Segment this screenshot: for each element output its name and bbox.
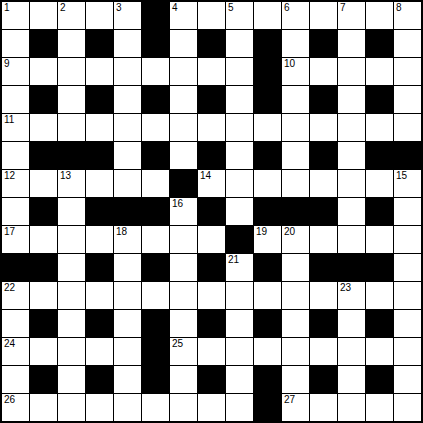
cell-r13c13[interactable]: [338, 338, 365, 365]
clue-number-7: 7: [340, 2, 346, 13]
black-cell-r8c5: [114, 198, 141, 225]
cell-r13c10[interactable]: [254, 338, 281, 365]
cell-r2c1[interactable]: [2, 30, 29, 57]
cell-r3c6[interactable]: [142, 58, 169, 85]
black-cell-r12c6: [142, 310, 169, 337]
cell-r2c3[interactable]: [58, 30, 85, 57]
cell-r1c4[interactable]: [86, 2, 113, 29]
clue-number-25: 25: [172, 338, 183, 349]
cell-r14c15[interactable]: [394, 366, 421, 393]
cell-r15c4[interactable]: [86, 394, 113, 421]
cell-r11c7[interactable]: [170, 282, 197, 309]
cell-r12c5[interactable]: [114, 310, 141, 337]
cell-r1c1[interactable]: 1: [2, 2, 29, 29]
cell-r7c8[interactable]: 14: [198, 170, 225, 197]
cell-r11c11[interactable]: [282, 282, 309, 309]
black-cell-r4c6: [142, 86, 169, 113]
clue-number-17: 17: [4, 226, 15, 237]
clue-number-23: 23: [340, 282, 351, 293]
cell-r7c10[interactable]: [254, 170, 281, 197]
cell-r3c11[interactable]: 10: [282, 58, 309, 85]
cell-r3c5[interactable]: [114, 58, 141, 85]
cell-r15c2[interactable]: [30, 394, 57, 421]
cell-r14c13[interactable]: [338, 366, 365, 393]
black-cell-r8c12: [310, 198, 337, 225]
crossword-grid: 1234567891011121314151617181920212223242…: [0, 0, 423, 423]
cell-r5c11[interactable]: [282, 114, 309, 141]
cell-r9c2[interactable]: [30, 226, 57, 253]
cell-r4c11[interactable]: [282, 86, 309, 113]
cell-r9c15[interactable]: [394, 226, 421, 253]
cell-r15c8[interactable]: [198, 394, 225, 421]
cell-r5c3[interactable]: [58, 114, 85, 141]
cell-r11c2[interactable]: [30, 282, 57, 309]
black-cell-r10c2: [30, 254, 57, 281]
cell-r14c9[interactable]: [226, 366, 253, 393]
cell-r1c10[interactable]: [254, 2, 281, 29]
cell-r1c14[interactable]: [366, 2, 393, 29]
cell-r1c9[interactable]: 5: [226, 2, 253, 29]
black-cell-r8c11: [282, 198, 309, 225]
cell-r9c5[interactable]: 18: [114, 226, 141, 253]
cell-r3c15[interactable]: [394, 58, 421, 85]
black-cell-r4c2: [30, 86, 57, 113]
black-cell-r6c4: [86, 142, 113, 169]
cell-r1c12[interactable]: [310, 2, 337, 29]
cell-r13c5[interactable]: [114, 338, 141, 365]
cell-r13c2[interactable]: [30, 338, 57, 365]
black-cell-r12c10: [254, 310, 281, 337]
cell-r9c4[interactable]: [86, 226, 113, 253]
black-cell-r10c12: [310, 254, 337, 281]
cell-r11c15[interactable]: [394, 282, 421, 309]
cell-r2c15[interactable]: [394, 30, 421, 57]
black-cell-r6c14: [366, 142, 393, 169]
cell-r8c13[interactable]: [338, 198, 365, 225]
cell-r7c3[interactable]: 13: [58, 170, 85, 197]
black-cell-r9c9: [226, 226, 253, 253]
black-cell-r6c2: [30, 142, 57, 169]
cell-r2c11[interactable]: [282, 30, 309, 57]
cell-r4c5[interactable]: [114, 86, 141, 113]
cell-r5c4[interactable]: [86, 114, 113, 141]
cell-r12c7[interactable]: [170, 310, 197, 337]
cell-r12c13[interactable]: [338, 310, 365, 337]
clue-number-12: 12: [4, 170, 15, 181]
cell-r9c1[interactable]: 17: [2, 226, 29, 253]
cell-r11c1[interactable]: 22: [2, 282, 29, 309]
cell-r13c7[interactable]: 25: [170, 338, 197, 365]
cell-r14c3[interactable]: [58, 366, 85, 393]
cell-r13c1[interactable]: 24: [2, 338, 29, 365]
cell-r4c7[interactable]: [170, 86, 197, 113]
cell-r1c5[interactable]: 3: [114, 2, 141, 29]
cell-r13c15[interactable]: [394, 338, 421, 365]
cell-r7c6[interactable]: [142, 170, 169, 197]
cell-r8c9[interactable]: [226, 198, 253, 225]
black-cell-r15c10: [254, 394, 281, 421]
clue-number-18: 18: [116, 226, 127, 237]
clue-number-11: 11: [4, 114, 14, 125]
cell-r5c5[interactable]: [114, 114, 141, 141]
clue-number-20: 20: [284, 226, 295, 237]
cell-r4c3[interactable]: [58, 86, 85, 113]
black-cell-r2c14: [366, 30, 393, 57]
cell-r3c3[interactable]: [58, 58, 85, 85]
cell-r4c1[interactable]: [2, 86, 29, 113]
black-cell-r10c10: [254, 254, 281, 281]
black-cell-r12c4: [86, 310, 113, 337]
cell-r8c7[interactable]: 16: [170, 198, 197, 225]
clue-number-4: 4: [172, 2, 178, 13]
cell-r1c8[interactable]: [198, 2, 225, 29]
cell-r8c3[interactable]: [58, 198, 85, 225]
cell-r1c7[interactable]: 4: [170, 2, 197, 29]
cell-r13c14[interactable]: [366, 338, 393, 365]
cell-r2c13[interactable]: [338, 30, 365, 57]
cell-r2c7[interactable]: [170, 30, 197, 57]
cell-r7c12[interactable]: [310, 170, 337, 197]
black-cell-r6c10: [254, 142, 281, 169]
cell-r15c5[interactable]: [114, 394, 141, 421]
black-cell-r2c4: [86, 30, 113, 57]
black-cell-r2c10: [254, 30, 281, 57]
black-cell-r6c8: [198, 142, 225, 169]
black-cell-r4c14: [366, 86, 393, 113]
cell-r11c8[interactable]: [198, 282, 225, 309]
black-cell-r3c10: [254, 58, 281, 85]
clue-number-2: 2: [60, 2, 66, 13]
cell-r5c7[interactable]: [170, 114, 197, 141]
cell-r9c6[interactable]: [142, 226, 169, 253]
cell-r12c3[interactable]: [58, 310, 85, 337]
cell-r4c9[interactable]: [226, 86, 253, 113]
cell-r5c9[interactable]: [226, 114, 253, 141]
cell-r3c7[interactable]: [170, 58, 197, 85]
cell-r4c15[interactable]: [394, 86, 421, 113]
cell-r15c12[interactable]: [310, 394, 337, 421]
cell-r14c7[interactable]: [170, 366, 197, 393]
cell-r10c7[interactable]: [170, 254, 197, 281]
cell-r11c12[interactable]: [310, 282, 337, 309]
black-cell-r8c2: [30, 198, 57, 225]
black-cell-r10c6: [142, 254, 169, 281]
cell-r1c11[interactable]: 6: [282, 2, 309, 29]
cell-r1c15[interactable]: 8: [394, 2, 421, 29]
cell-r9c10[interactable]: 19: [254, 226, 281, 253]
cell-r11c3[interactable]: [58, 282, 85, 309]
cell-r3c8[interactable]: [198, 58, 225, 85]
black-cell-r7c7: [170, 170, 197, 197]
clue-number-26: 26: [4, 394, 15, 405]
cell-r13c4[interactable]: [86, 338, 113, 365]
black-cell-r1c6: [142, 2, 169, 29]
cell-r5c14[interactable]: [366, 114, 393, 141]
cell-r3c13[interactable]: [338, 58, 365, 85]
cell-r15c15[interactable]: [394, 394, 421, 421]
black-cell-r14c8: [198, 366, 225, 393]
black-cell-r2c8: [198, 30, 225, 57]
cell-r13c9[interactable]: [226, 338, 253, 365]
cell-r9c13[interactable]: [338, 226, 365, 253]
cell-r1c3[interactable]: 2: [58, 2, 85, 29]
cell-r15c13[interactable]: [338, 394, 365, 421]
cell-r8c15[interactable]: [394, 198, 421, 225]
black-cell-r8c14: [366, 198, 393, 225]
cell-r9c11[interactable]: 20: [282, 226, 309, 253]
cell-r7c5[interactable]: [114, 170, 141, 197]
cell-r10c15[interactable]: [394, 254, 421, 281]
black-cell-r10c4: [86, 254, 113, 281]
cell-r6c11[interactable]: [282, 142, 309, 169]
cell-r7c14[interactable]: [366, 170, 393, 197]
black-cell-r2c6: [142, 30, 169, 57]
cell-r14c1[interactable]: [2, 366, 29, 393]
black-cell-r10c13: [338, 254, 365, 281]
cell-r15c3[interactable]: [58, 394, 85, 421]
cell-r13c11[interactable]: [282, 338, 309, 365]
cell-r8c1[interactable]: [2, 198, 29, 225]
black-cell-r2c12: [310, 30, 337, 57]
clue-number-22: 22: [4, 282, 15, 293]
cell-r15c14[interactable]: [366, 394, 393, 421]
clue-number-16: 16: [172, 198, 183, 209]
black-cell-r14c14: [366, 366, 393, 393]
black-cell-r8c10: [254, 198, 281, 225]
cell-r11c13[interactable]: 23: [338, 282, 365, 309]
clue-number-27: 27: [284, 394, 295, 405]
black-cell-r10c14: [366, 254, 393, 281]
cell-r7c4[interactable]: [86, 170, 113, 197]
cell-r15c6[interactable]: [142, 394, 169, 421]
cell-r7c13[interactable]: [338, 170, 365, 197]
cell-r12c1[interactable]: [2, 310, 29, 337]
black-cell-r10c8: [198, 254, 225, 281]
clue-number-14: 14: [200, 170, 211, 181]
cell-r9c7[interactable]: [170, 226, 197, 253]
black-cell-r6c12: [310, 142, 337, 169]
black-cell-r14c2: [30, 366, 57, 393]
clue-number-10: 10: [284, 58, 295, 69]
clue-number-5: 5: [228, 2, 234, 13]
cell-r1c13[interactable]: 7: [338, 2, 365, 29]
cell-r15c9[interactable]: [226, 394, 253, 421]
cell-r5c15[interactable]: [394, 114, 421, 141]
black-cell-r14c4: [86, 366, 113, 393]
cell-r4c13[interactable]: [338, 86, 365, 113]
black-cell-r12c14: [366, 310, 393, 337]
clue-number-19: 19: [256, 226, 267, 237]
black-cell-r12c12: [310, 310, 337, 337]
cell-r6c7[interactable]: [170, 142, 197, 169]
cell-r10c11[interactable]: [282, 254, 309, 281]
cell-r15c1[interactable]: 26: [2, 394, 29, 421]
black-cell-r14c6: [142, 366, 169, 393]
cell-r12c15[interactable]: [394, 310, 421, 337]
cell-r6c1[interactable]: [2, 142, 29, 169]
cell-r7c15[interactable]: 15: [394, 170, 421, 197]
cell-r5c10[interactable]: [254, 114, 281, 141]
cell-r15c7[interactable]: [170, 394, 197, 421]
clue-number-13: 13: [60, 170, 71, 181]
cell-r12c11[interactable]: [282, 310, 309, 337]
cell-r3c4[interactable]: [86, 58, 113, 85]
black-cell-r4c10: [254, 86, 281, 113]
cell-r5c2[interactable]: [30, 114, 57, 141]
cell-r14c5[interactable]: [114, 366, 141, 393]
black-cell-r8c6: [142, 198, 169, 225]
cell-r2c9[interactable]: [226, 30, 253, 57]
cell-r2c5[interactable]: [114, 30, 141, 57]
black-cell-r12c2: [30, 310, 57, 337]
clue-number-1: 1: [4, 2, 10, 13]
cell-r11c4[interactable]: [86, 282, 113, 309]
cell-r11c9[interactable]: [226, 282, 253, 309]
black-cell-r13c6: [142, 338, 169, 365]
cell-r3c2[interactable]: [30, 58, 57, 85]
black-cell-r10c1: [2, 254, 29, 281]
cell-r5c8[interactable]: [198, 114, 225, 141]
black-cell-r6c3: [58, 142, 85, 169]
cell-r12c9[interactable]: [226, 310, 253, 337]
clue-number-24: 24: [4, 338, 15, 349]
black-cell-r8c4: [86, 198, 113, 225]
cell-r11c14[interactable]: [366, 282, 393, 309]
black-cell-r6c15: [394, 142, 421, 169]
black-cell-r14c12: [310, 366, 337, 393]
cell-r11c6[interactable]: [142, 282, 169, 309]
clue-number-21: 21: [228, 254, 239, 265]
clue-number-15: 15: [396, 170, 407, 181]
cell-r10c9[interactable]: 21: [226, 254, 253, 281]
black-cell-r4c12: [310, 86, 337, 113]
black-cell-r2c2: [30, 30, 57, 57]
cell-r5c13[interactable]: [338, 114, 365, 141]
black-cell-r6c6: [142, 142, 169, 169]
black-cell-r14c10: [254, 366, 281, 393]
cell-r9c12[interactable]: [310, 226, 337, 253]
cell-r6c5[interactable]: [114, 142, 141, 169]
cell-r7c9[interactable]: [226, 170, 253, 197]
cell-r3c1[interactable]: 9: [2, 58, 29, 85]
black-cell-r12c8: [198, 310, 225, 337]
cell-r9c14[interactable]: [366, 226, 393, 253]
cell-r1c2[interactable]: [30, 2, 57, 29]
cell-r5c12[interactable]: [310, 114, 337, 141]
clue-number-8: 8: [396, 2, 402, 13]
cell-r9c3[interactable]: [58, 226, 85, 253]
cell-r3c9[interactable]: [226, 58, 253, 85]
black-cell-r8c8: [198, 198, 225, 225]
clue-number-9: 9: [4, 58, 10, 69]
black-cell-r4c4: [86, 86, 113, 113]
cell-r7c1[interactable]: 12: [2, 170, 29, 197]
cell-r14c11[interactable]: [282, 366, 309, 393]
clue-number-6: 6: [284, 2, 290, 13]
cell-r13c3[interactable]: [58, 338, 85, 365]
cell-r13c12[interactable]: [310, 338, 337, 365]
cell-r15c11[interactable]: 27: [282, 394, 309, 421]
cell-r13c8[interactable]: [198, 338, 225, 365]
cell-r9c8[interactable]: [198, 226, 225, 253]
cell-r7c11[interactable]: [282, 170, 309, 197]
cell-r5c1[interactable]: 11: [2, 114, 29, 141]
cell-r6c9[interactable]: [226, 142, 253, 169]
black-cell-r4c8: [198, 86, 225, 113]
cell-r5c6[interactable]: [142, 114, 169, 141]
cell-r10c5[interactable]: [114, 254, 141, 281]
cell-r3c14[interactable]: [366, 58, 393, 85]
cell-r10c3[interactable]: [58, 254, 85, 281]
cell-r11c10[interactable]: [254, 282, 281, 309]
cell-r11c5[interactable]: [114, 282, 141, 309]
clue-number-3: 3: [116, 2, 122, 13]
cell-r3c12[interactable]: [310, 58, 337, 85]
cell-r7c2[interactable]: [30, 170, 57, 197]
cell-r6c13[interactable]: [338, 142, 365, 169]
